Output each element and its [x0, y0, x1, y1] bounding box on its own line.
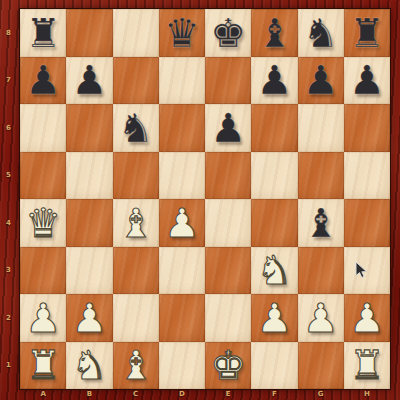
piece-white-rook[interactable]: ♜: [349, 345, 385, 385]
square-e7[interactable]: [205, 57, 251, 105]
piece-black-knight[interactable]: ♞: [303, 13, 339, 53]
square-d5[interactable]: [159, 152, 205, 200]
square-e8[interactable]: ♚: [205, 9, 251, 57]
piece-white-king[interactable]: ♚: [210, 345, 246, 385]
square-g4[interactable]: ♝: [298, 199, 344, 247]
square-e5[interactable]: [205, 152, 251, 200]
square-f6[interactable]: [251, 104, 297, 152]
piece-black-rook[interactable]: ♜: [25, 13, 61, 53]
piece-black-rook[interactable]: ♜: [349, 13, 385, 53]
rank-label-8: 8: [0, 29, 17, 37]
square-h7[interactable]: ♟: [344, 57, 390, 105]
square-f3[interactable]: ♞: [251, 247, 297, 295]
square-b6[interactable]: [66, 104, 112, 152]
square-h5[interactable]: [344, 152, 390, 200]
square-f2[interactable]: ♟: [251, 294, 297, 342]
piece-white-rook[interactable]: ♜: [25, 345, 61, 385]
piece-black-pawn[interactable]: ♟: [71, 60, 107, 100]
file-label-c: C: [113, 390, 159, 398]
square-g3[interactable]: [298, 247, 344, 295]
file-label-e: E: [205, 390, 251, 398]
file-label-h: H: [344, 390, 390, 398]
file-label-g: G: [298, 390, 344, 398]
square-b5[interactable]: [66, 152, 112, 200]
square-b4[interactable]: [66, 199, 112, 247]
piece-black-pawn[interactable]: ♟: [25, 60, 61, 100]
piece-black-king[interactable]: ♚: [210, 13, 246, 53]
piece-white-bishop[interactable]: ♝: [118, 345, 154, 385]
piece-black-pawn[interactable]: ♟: [256, 60, 292, 100]
square-g8[interactable]: ♞: [298, 9, 344, 57]
square-d6[interactable]: [159, 104, 205, 152]
square-a4[interactable]: ♛: [20, 199, 66, 247]
chess-board-frame: ♜♛♚♝♞♜♟♟♟♟♟♞♟♛♝♟♝♞♟♟♟♟♟♜♞♝♚♜ 87654321ABC…: [0, 0, 400, 400]
square-h4[interactable]: [344, 199, 390, 247]
square-b1[interactable]: ♞: [66, 342, 112, 390]
rank-label-7: 7: [0, 76, 17, 84]
square-a8[interactable]: ♜: [20, 9, 66, 57]
piece-white-pawn[interactable]: ♟: [25, 298, 61, 338]
piece-black-pawn[interactable]: ♟: [210, 108, 246, 148]
square-h1[interactable]: ♜: [344, 342, 390, 390]
square-c2[interactable]: [113, 294, 159, 342]
square-b7[interactable]: ♟: [66, 57, 112, 105]
square-a3[interactable]: [20, 247, 66, 295]
square-h6[interactable]: [344, 104, 390, 152]
square-a2[interactable]: ♟: [20, 294, 66, 342]
rank-label-5: 5: [0, 171, 17, 179]
square-e3[interactable]: [205, 247, 251, 295]
rank-label-4: 4: [0, 219, 17, 227]
piece-white-pawn[interactable]: ♟: [349, 298, 385, 338]
piece-white-pawn[interactable]: ♟: [303, 298, 339, 338]
piece-white-queen[interactable]: ♛: [25, 203, 61, 243]
square-d2[interactable]: [159, 294, 205, 342]
piece-black-bishop[interactable]: ♝: [303, 203, 339, 243]
square-f1[interactable]: [251, 342, 297, 390]
piece-black-queen[interactable]: ♛: [164, 13, 200, 53]
square-b2[interactable]: ♟: [66, 294, 112, 342]
square-d1[interactable]: [159, 342, 205, 390]
piece-white-knight[interactable]: ♞: [71, 345, 107, 385]
square-f8[interactable]: ♝: [251, 9, 297, 57]
square-d4[interactable]: ♟: [159, 199, 205, 247]
file-label-f: F: [251, 390, 297, 398]
file-label-b: B: [66, 390, 112, 398]
square-d7[interactable]: [159, 57, 205, 105]
piece-black-knight[interactable]: ♞: [118, 108, 154, 148]
square-c4[interactable]: ♝: [113, 199, 159, 247]
square-c5[interactable]: [113, 152, 159, 200]
square-e4[interactable]: [205, 199, 251, 247]
piece-black-pawn[interactable]: ♟: [349, 60, 385, 100]
rank-label-2: 2: [0, 314, 17, 322]
piece-white-bishop[interactable]: ♝: [118, 203, 154, 243]
square-h2[interactable]: ♟: [344, 294, 390, 342]
rank-label-1: 1: [0, 361, 17, 369]
square-g1[interactable]: [298, 342, 344, 390]
piece-white-pawn[interactable]: ♟: [256, 298, 292, 338]
square-g2[interactable]: ♟: [298, 294, 344, 342]
square-g7[interactable]: ♟: [298, 57, 344, 105]
piece-white-pawn[interactable]: ♟: [164, 203, 200, 243]
piece-black-bishop[interactable]: ♝: [256, 13, 292, 53]
square-c3[interactable]: [113, 247, 159, 295]
square-b8[interactable]: [66, 9, 112, 57]
square-c1[interactable]: ♝: [113, 342, 159, 390]
square-g5[interactable]: [298, 152, 344, 200]
square-h3[interactable]: [344, 247, 390, 295]
square-c8[interactable]: [113, 9, 159, 57]
square-f7[interactable]: ♟: [251, 57, 297, 105]
square-e1[interactable]: ♚: [205, 342, 251, 390]
square-c6[interactable]: ♞: [113, 104, 159, 152]
square-d3[interactable]: [159, 247, 205, 295]
square-e2[interactable]: [205, 294, 251, 342]
rank-label-3: 3: [0, 266, 17, 274]
piece-white-knight[interactable]: ♞: [256, 250, 292, 290]
square-b3[interactable]: [66, 247, 112, 295]
square-g6[interactable]: [298, 104, 344, 152]
piece-black-pawn[interactable]: ♟: [303, 60, 339, 100]
chess-board: ♜♛♚♝♞♜♟♟♟♟♟♞♟♛♝♟♝♞♟♟♟♟♟♜♞♝♚♜: [20, 9, 390, 389]
square-f4[interactable]: [251, 199, 297, 247]
square-a7[interactable]: ♟: [20, 57, 66, 105]
square-h8[interactable]: ♜: [344, 9, 390, 57]
square-a1[interactable]: ♜: [20, 342, 66, 390]
piece-white-pawn[interactable]: ♟: [71, 298, 107, 338]
square-c7[interactable]: [113, 57, 159, 105]
square-a5[interactable]: [20, 152, 66, 200]
square-d8[interactable]: ♛: [159, 9, 205, 57]
square-f5[interactable]: [251, 152, 297, 200]
rank-label-6: 6: [0, 124, 17, 132]
square-a6[interactable]: [20, 104, 66, 152]
file-label-a: A: [20, 390, 66, 398]
file-label-d: D: [159, 390, 205, 398]
square-e6[interactable]: ♟: [205, 104, 251, 152]
